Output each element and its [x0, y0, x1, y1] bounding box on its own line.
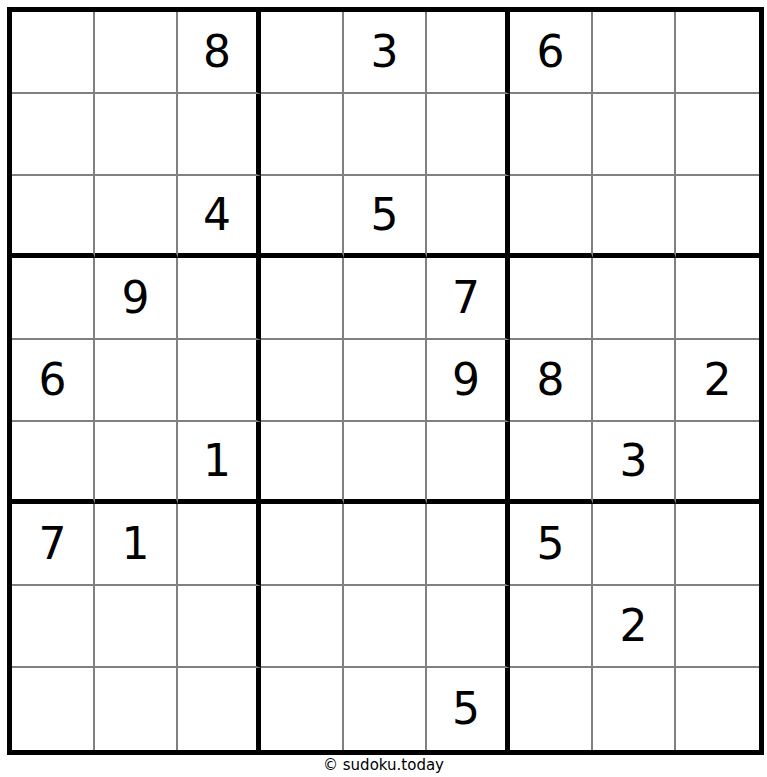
cell-r4c6[interactable]: 7	[427, 258, 510, 340]
cell-r7c2[interactable]: 1	[95, 504, 178, 586]
cell-r1c1[interactable]	[12, 12, 95, 94]
cell-r6c4[interactable]	[261, 422, 344, 504]
cell-r7c8[interactable]	[593, 504, 676, 586]
cell-r8c5[interactable]	[344, 586, 427, 668]
cell-r1c8[interactable]	[593, 12, 676, 94]
cell-r4c2[interactable]: 9	[95, 258, 178, 340]
cell-r6c7[interactable]	[510, 422, 593, 504]
cell-r3c2[interactable]	[95, 176, 178, 258]
cell-r2c7[interactable]	[510, 94, 593, 176]
cell-r4c1[interactable]	[12, 258, 95, 340]
cell-r8c6[interactable]	[427, 586, 510, 668]
cell-r3c4[interactable]	[261, 176, 344, 258]
cell-r1c5[interactable]: 3	[344, 12, 427, 94]
cell-r5c6[interactable]: 9	[427, 340, 510, 422]
cell-r6c5[interactable]	[344, 422, 427, 504]
cell-r3c3[interactable]: 4	[178, 176, 261, 258]
cell-r9c5[interactable]	[344, 668, 427, 750]
cell-r8c9[interactable]	[676, 586, 759, 668]
cell-r9c1[interactable]	[12, 668, 95, 750]
cell-r3c1[interactable]	[12, 176, 95, 258]
cell-r9c7[interactable]	[510, 668, 593, 750]
cell-r9c4[interactable]	[261, 668, 344, 750]
cell-r6c3[interactable]: 1	[178, 422, 261, 504]
cell-r8c4[interactable]	[261, 586, 344, 668]
cell-r1c9[interactable]	[676, 12, 759, 94]
cell-r6c6[interactable]	[427, 422, 510, 504]
cell-r6c1[interactable]	[12, 422, 95, 504]
cell-r5c9[interactable]: 2	[676, 340, 759, 422]
cell-r4c4[interactable]	[261, 258, 344, 340]
cell-r4c5[interactable]	[344, 258, 427, 340]
cell-r6c2[interactable]	[95, 422, 178, 504]
cell-r2c5[interactable]	[344, 94, 427, 176]
cell-r5c5[interactable]	[344, 340, 427, 422]
cell-r2c4[interactable]	[261, 94, 344, 176]
cell-r4c8[interactable]	[593, 258, 676, 340]
cell-r8c3[interactable]	[178, 586, 261, 668]
cell-r1c4[interactable]	[261, 12, 344, 94]
cell-r3c9[interactable]	[676, 176, 759, 258]
cell-r5c3[interactable]	[178, 340, 261, 422]
cell-r9c9[interactable]	[676, 668, 759, 750]
cell-r2c8[interactable]	[593, 94, 676, 176]
cell-r3c5[interactable]: 5	[344, 176, 427, 258]
cell-r8c1[interactable]	[12, 586, 95, 668]
sudoku-board: 836459769821371525	[7, 7, 764, 755]
cell-r8c2[interactable]	[95, 586, 178, 668]
cell-r1c6[interactable]	[427, 12, 510, 94]
cell-r3c7[interactable]	[510, 176, 593, 258]
cell-r4c9[interactable]	[676, 258, 759, 340]
cell-r5c2[interactable]	[95, 340, 178, 422]
credit-text: © sudoku.today	[0, 756, 767, 774]
cell-r6c8[interactable]: 3	[593, 422, 676, 504]
cell-r5c4[interactable]	[261, 340, 344, 422]
sudoku-page: 836459769821371525 © sudoku.today	[0, 0, 767, 777]
cell-r4c7[interactable]	[510, 258, 593, 340]
cell-r9c6[interactable]: 5	[427, 668, 510, 750]
cell-r2c6[interactable]	[427, 94, 510, 176]
cell-r2c9[interactable]	[676, 94, 759, 176]
cell-r7c1[interactable]: 7	[12, 504, 95, 586]
cell-r1c3[interactable]: 8	[178, 12, 261, 94]
cell-r5c8[interactable]	[593, 340, 676, 422]
cell-r3c6[interactable]	[427, 176, 510, 258]
cell-r7c4[interactable]	[261, 504, 344, 586]
cell-r5c1[interactable]: 6	[12, 340, 95, 422]
cell-r2c1[interactable]	[12, 94, 95, 176]
cell-r4c3[interactable]	[178, 258, 261, 340]
cell-r7c6[interactable]	[427, 504, 510, 586]
cell-r1c2[interactable]	[95, 12, 178, 94]
cell-r7c5[interactable]	[344, 504, 427, 586]
cell-r9c2[interactable]	[95, 668, 178, 750]
cell-r9c8[interactable]	[593, 668, 676, 750]
cell-r9c3[interactable]	[178, 668, 261, 750]
cell-r8c8[interactable]: 2	[593, 586, 676, 668]
cell-r7c7[interactable]: 5	[510, 504, 593, 586]
cell-r6c9[interactable]	[676, 422, 759, 504]
cell-r8c7[interactable]	[510, 586, 593, 668]
cell-r2c3[interactable]	[178, 94, 261, 176]
cell-r7c9[interactable]	[676, 504, 759, 586]
cell-r2c2[interactable]	[95, 94, 178, 176]
cell-r1c7[interactable]: 6	[510, 12, 593, 94]
cell-r5c7[interactable]: 8	[510, 340, 593, 422]
cell-r7c3[interactable]	[178, 504, 261, 586]
cell-r3c8[interactable]	[593, 176, 676, 258]
